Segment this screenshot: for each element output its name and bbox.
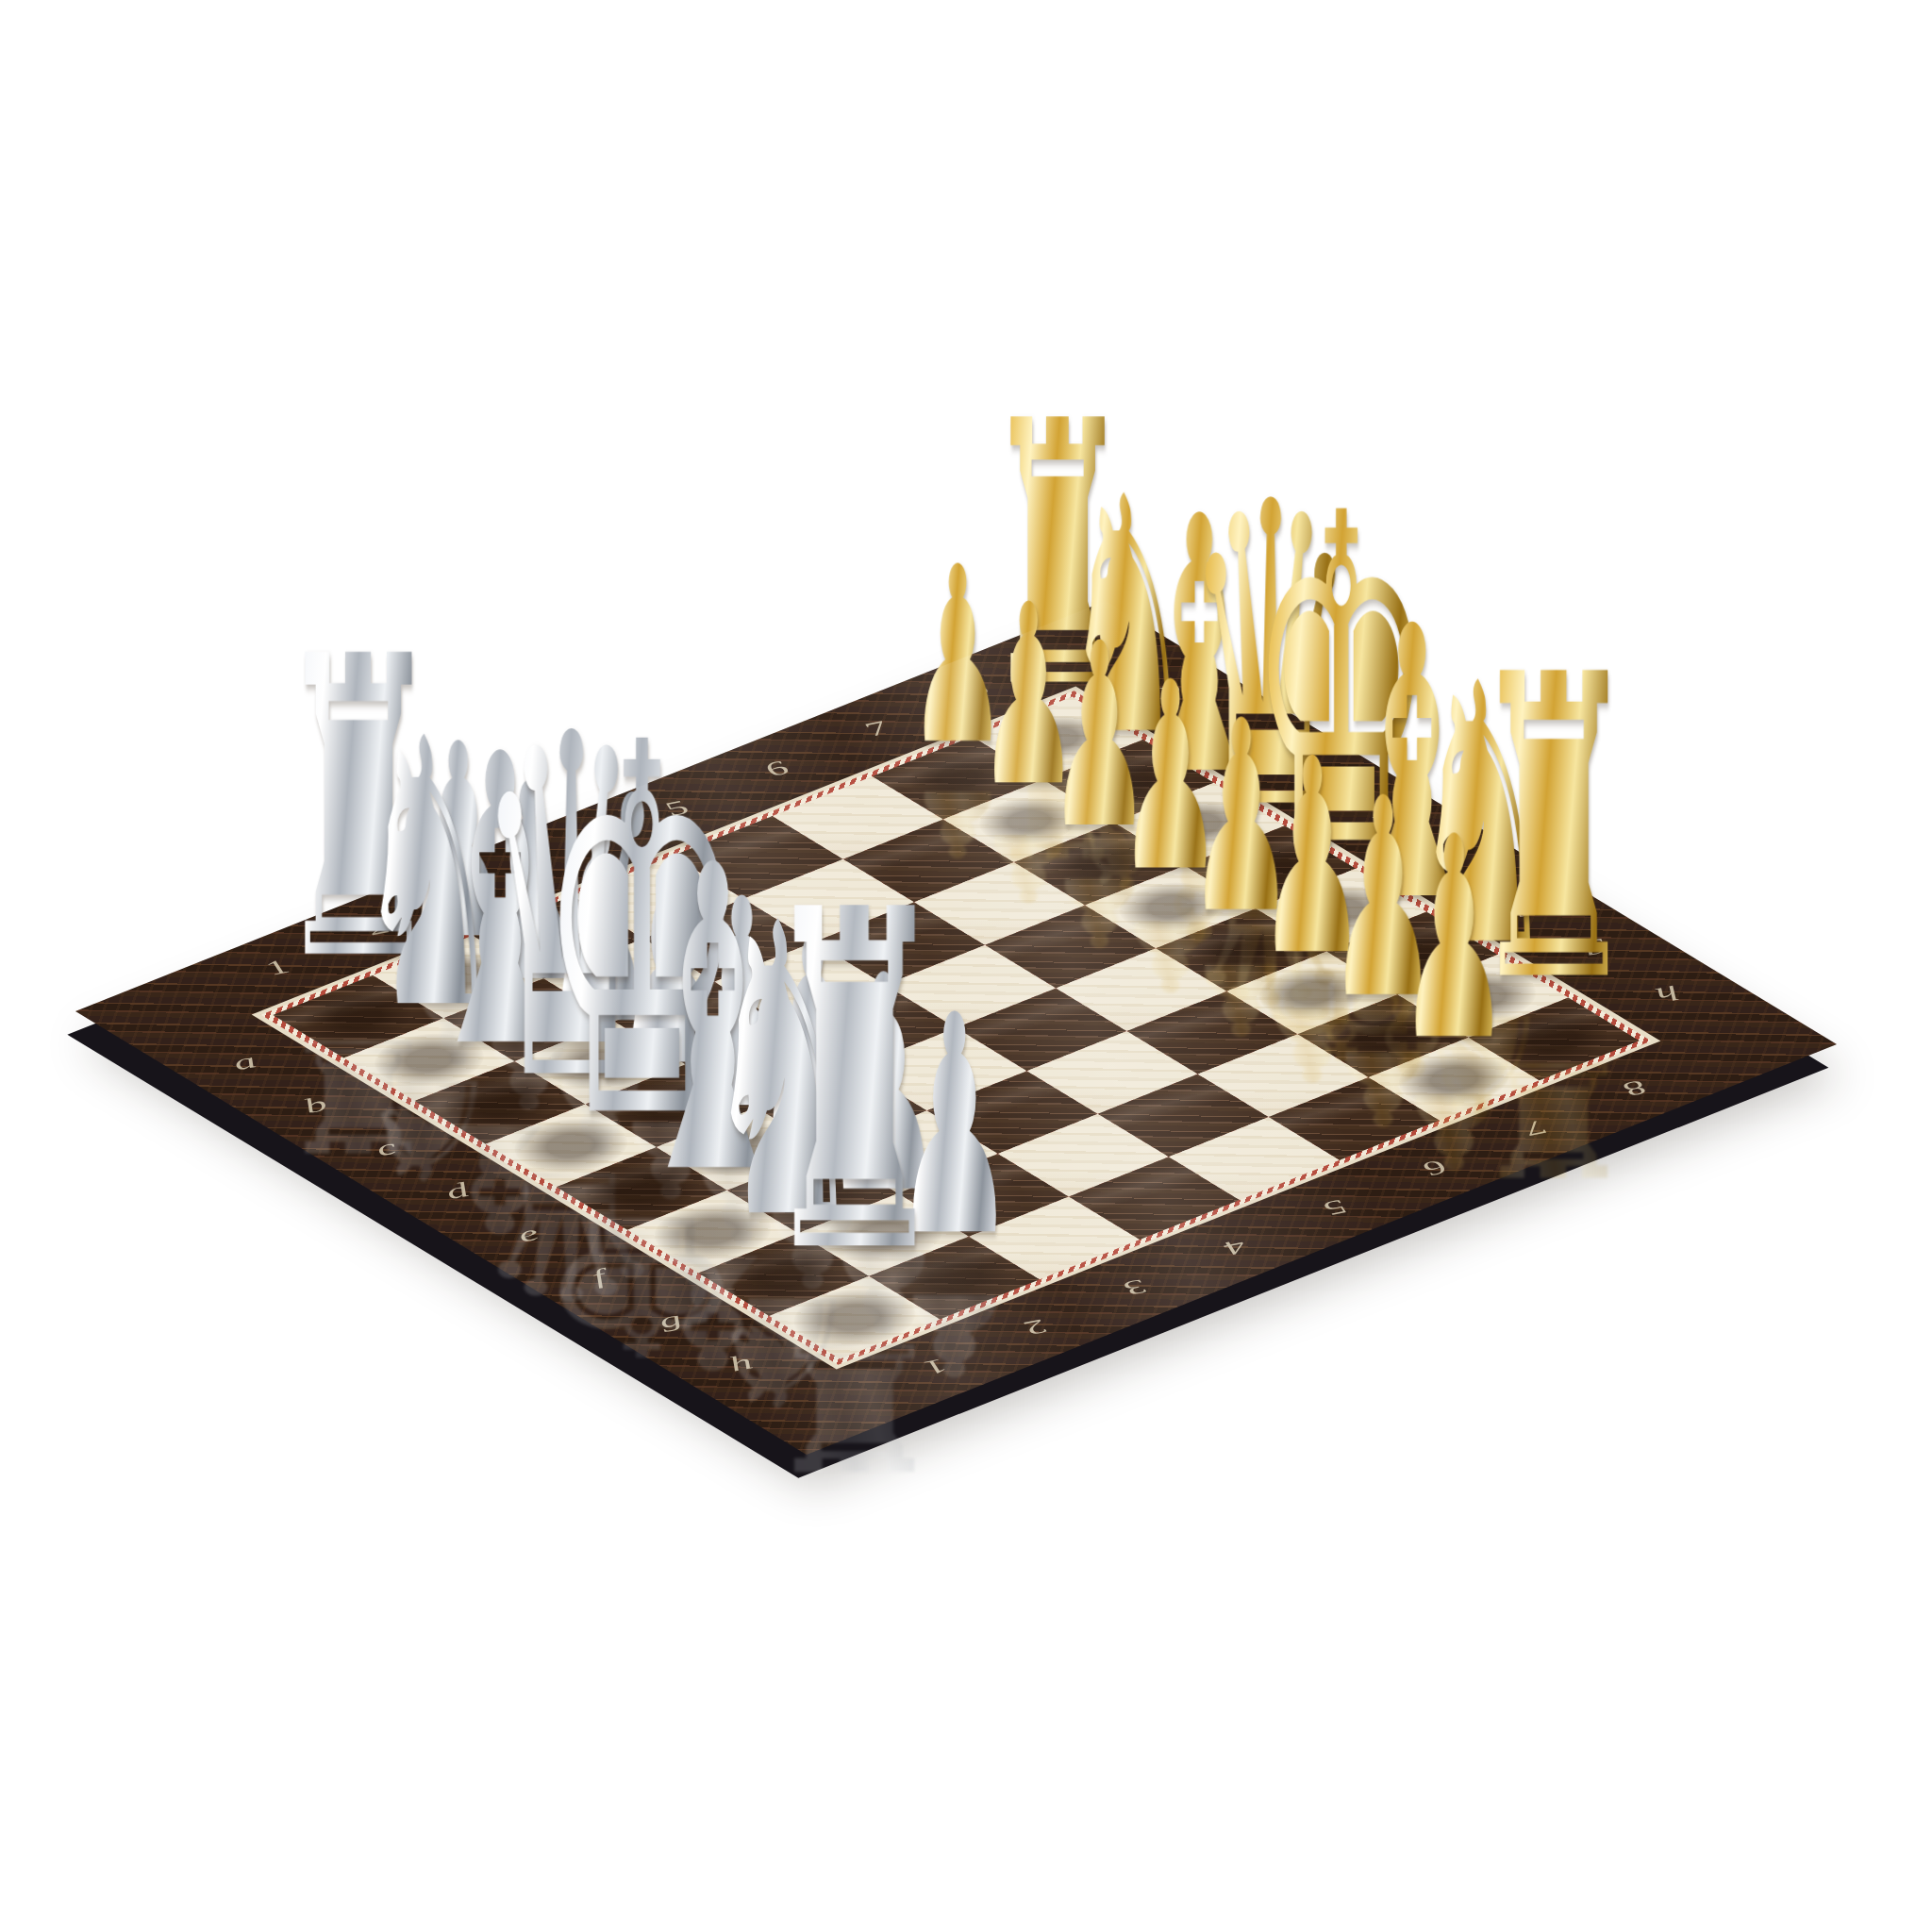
rank-label-3-near-right: 3 xyxy=(1119,1275,1151,1298)
chess-board: 1234567812345678abcdefghabcdefgh ♜♜♞♞♝♝♛… xyxy=(75,601,1837,1455)
rank-label-5-near-right: 5 xyxy=(1319,1196,1351,1219)
photo-scene: 1234567812345678abcdefghabcdefgh ♜♜♞♞♝♝♛… xyxy=(0,0,1932,1932)
board-surface: 1234567812345678abcdefghabcdefgh ♜♜♞♞♝♝♛… xyxy=(75,601,1837,1455)
silver-rook-glyph: ♜ xyxy=(758,851,950,1317)
rank-label-4-near-right: 4 xyxy=(1219,1236,1251,1258)
rank-label-2-near-right: 2 xyxy=(1020,1316,1052,1339)
rank-label-6-far-left: 6 xyxy=(761,758,793,780)
gold-pawn-glyph: ♟ xyxy=(1397,800,1511,1078)
file-label-h-far-right: h xyxy=(1651,982,1685,1006)
file-label-a-near-left: a xyxy=(228,1050,260,1074)
pieces-layer: ♜♜♞♞♝♝♛♛♚♚♝♝♞♞♜♜♟♟♟♟♟♟♟♟♟♟♟♟♟♟♟♟♟♟♟♟♟♟♟♟… xyxy=(75,601,1106,1011)
rank-label-7-far-left: 7 xyxy=(861,718,893,741)
